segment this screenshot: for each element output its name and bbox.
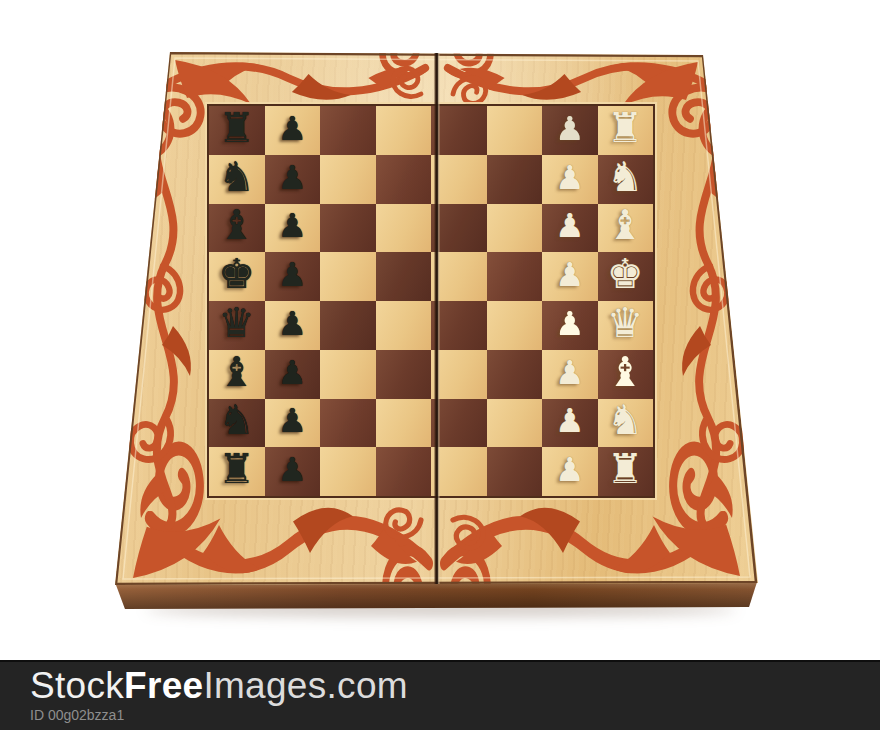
piece-bN: ♞ [218, 400, 255, 441]
square-r1c5 [487, 155, 543, 204]
square-r6c1: ♟ [265, 399, 321, 448]
square-r7c3 [376, 447, 432, 496]
square-r1c2 [320, 155, 376, 204]
square-r5c1: ♟ [265, 350, 321, 399]
square-r4c0: ♛ [209, 301, 265, 350]
square-r5c6: ♟ [542, 350, 598, 399]
watermark-stock: Stock [30, 665, 124, 706]
watermark-title: StockFreeImages.com [30, 667, 880, 705]
piece-wB: ♝ [607, 205, 644, 246]
square-r7c7: ♜ [598, 447, 654, 496]
square-r6c3 [376, 399, 432, 448]
square-r4c6: ♟ [542, 301, 598, 350]
square-r2c0: ♝ [209, 204, 265, 253]
piece-bR: ♜ [218, 449, 255, 490]
square-r4c5 [487, 301, 543, 350]
square-r2c2 [320, 204, 376, 253]
square-r7c2 [320, 447, 376, 496]
piece-bN: ♞ [218, 157, 255, 198]
square-r6c6: ♟ [542, 399, 598, 448]
square-r0c3 [376, 106, 432, 155]
piece-wP: ♟ [555, 112, 585, 145]
piece-wP: ♟ [555, 404, 585, 437]
square-r6c7: ♞ [598, 399, 654, 448]
piece-wP: ♟ [555, 258, 585, 291]
piece-bB: ♝ [218, 205, 255, 246]
piece-bP: ♟ [277, 112, 307, 145]
watermark-free: Free [124, 665, 203, 706]
piece-bP: ♟ [277, 258, 307, 291]
piece-bP: ♟ [277, 161, 307, 194]
square-r1c1: ♟ [265, 155, 321, 204]
square-r0c6: ♟ [542, 106, 598, 155]
square-r2c1: ♟ [265, 204, 321, 253]
piece-wB: ♝ [607, 352, 644, 393]
square-r3c0: ♚ [209, 252, 265, 301]
square-r4c7: ♛ [598, 301, 654, 350]
square-r3c6: ♟ [542, 252, 598, 301]
watermark-images: Images.com [203, 665, 408, 706]
stock-photo: ♜♟♟♜♞♟♟♞♝♟♟♝♚♟♟♚♛♟♟♛♝♟♟♝♞♟♟♞♜♟♟♜ [0, 0, 880, 660]
piece-bB: ♝ [218, 352, 255, 393]
square-r4c1: ♟ [265, 301, 321, 350]
square-r3c3 [376, 252, 432, 301]
piece-bK: ♚ [218, 254, 255, 295]
piece-wQ: ♛ [607, 303, 644, 344]
square-r2c6: ♟ [542, 204, 598, 253]
piece-wN: ♞ [607, 157, 644, 198]
square-r6c2 [320, 399, 376, 448]
piece-wP: ♟ [555, 209, 585, 242]
square-r1c6: ♟ [542, 155, 598, 204]
piece-wK: ♚ [607, 254, 644, 295]
square-r4c2 [320, 301, 376, 350]
piece-wP: ♟ [555, 307, 585, 340]
piece-wR: ♜ [607, 449, 644, 490]
square-r5c2 [320, 350, 376, 399]
piece-wR: ♜ [607, 108, 644, 149]
square-r7c1: ♟ [265, 447, 321, 496]
square-r1c3 [376, 155, 432, 204]
piece-wP: ♟ [555, 161, 585, 194]
piece-bR: ♜ [218, 108, 255, 149]
square-r3c2 [320, 252, 376, 301]
square-r5c5 [487, 350, 543, 399]
square-r0c7: ♜ [598, 106, 654, 155]
square-r7c0: ♜ [209, 447, 265, 496]
square-r4c3 [376, 301, 432, 350]
piece-wN: ♞ [607, 400, 644, 441]
square-r7c6: ♟ [542, 447, 598, 496]
piece-wP: ♟ [555, 453, 585, 486]
square-r1c7: ♞ [598, 155, 654, 204]
square-r3c5 [487, 252, 543, 301]
square-r1c0: ♞ [209, 155, 265, 204]
square-r5c7: ♝ [598, 350, 654, 399]
chess-board: ♜♟♟♜♞♟♟♞♝♟♟♝♚♟♟♚♛♟♟♛♝♟♟♝♞♟♟♞♜♟♟♜ [207, 104, 655, 498]
square-r6c0: ♞ [209, 399, 265, 448]
square-r7c5 [487, 447, 543, 496]
square-r0c2 [320, 106, 376, 155]
piece-bQ: ♛ [218, 303, 255, 344]
square-r5c0: ♝ [209, 350, 265, 399]
piece-wP: ♟ [555, 356, 585, 389]
square-r2c5 [487, 204, 543, 253]
square-r6c5 [487, 399, 543, 448]
square-r0c0: ♜ [209, 106, 265, 155]
square-r5c3 [376, 350, 432, 399]
square-r3c1: ♟ [265, 252, 321, 301]
square-r2c7: ♝ [598, 204, 654, 253]
piece-bP: ♟ [277, 453, 307, 486]
square-r0c1: ♟ [265, 106, 321, 155]
piece-bP: ♟ [277, 356, 307, 389]
watermark-bar: StockFreeImages.com ID 00g02bzza1 [0, 660, 880, 730]
piece-bP: ♟ [277, 209, 307, 242]
square-r2c3 [376, 204, 432, 253]
square-r3c7: ♚ [598, 252, 654, 301]
piece-bP: ♟ [277, 307, 307, 340]
fold-seam [434, 53, 440, 584]
watermark-id: ID 00g02bzza1 [30, 707, 880, 723]
piece-bP: ♟ [277, 404, 307, 437]
square-r0c5 [487, 106, 543, 155]
